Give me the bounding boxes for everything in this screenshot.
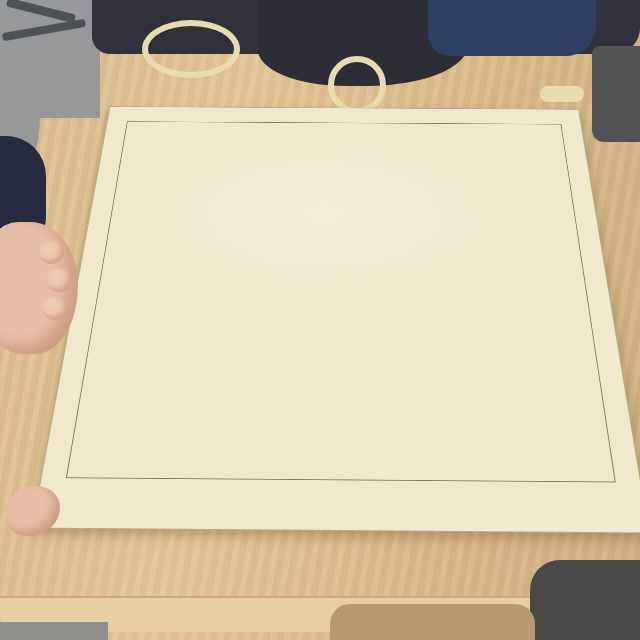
bag-drawstring — [328, 56, 386, 114]
bag-drawstring — [540, 86, 584, 102]
floor-bottom-left — [0, 622, 108, 640]
glare-overlay — [67, 122, 615, 482]
floor-bottom-right — [530, 560, 640, 640]
blue-backpack — [428, 0, 596, 56]
player-hand — [0, 222, 78, 354]
board-footer-line2 — [41, 481, 640, 486]
player-knee — [330, 604, 535, 640]
player-thumb — [6, 486, 60, 536]
bag-drawstring — [142, 20, 240, 78]
knuckle — [38, 240, 64, 264]
chair-frame-bar — [2, 19, 86, 41]
board-footer-line1 — [41, 481, 640, 486]
knuckle — [42, 296, 68, 320]
board-footer — [32, 477, 640, 532]
board-squares — [67, 122, 615, 482]
chair-frame-bar — [6, 0, 76, 23]
dark-object-top-right — [592, 46, 640, 142]
chess-board — [32, 107, 640, 533]
knuckle — [46, 268, 72, 292]
